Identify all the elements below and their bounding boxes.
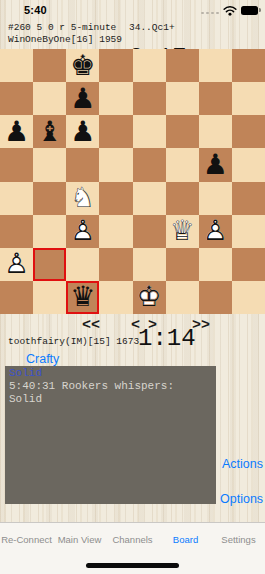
square-h7[interactable] bbox=[232, 82, 265, 115]
square-b1[interactable] bbox=[33, 281, 66, 314]
square-b7[interactable] bbox=[33, 82, 66, 115]
square-e4[interactable] bbox=[133, 182, 166, 215]
square-e1[interactable]: ♚♔ bbox=[133, 281, 166, 314]
chat-line-whisper: 5:40:31 Rookers whispers: Solid bbox=[9, 380, 212, 406]
square-d6[interactable] bbox=[99, 115, 132, 148]
square-a3[interactable] bbox=[0, 215, 33, 248]
square-e2[interactable] bbox=[133, 248, 166, 281]
square-g1[interactable] bbox=[199, 281, 232, 314]
square-b3[interactable] bbox=[33, 215, 66, 248]
square-c3[interactable]: ♟♙ bbox=[66, 215, 99, 248]
square-a2[interactable]: ♟♙ bbox=[0, 248, 33, 281]
piece-wP-g3[interactable]: ♟♙ bbox=[199, 215, 232, 248]
square-a1[interactable] bbox=[0, 281, 33, 314]
square-g5[interactable]: ♟ bbox=[199, 148, 232, 181]
chat-line-own: Solid bbox=[9, 367, 212, 380]
square-h8[interactable] bbox=[232, 49, 265, 82]
square-c2[interactable] bbox=[66, 248, 99, 281]
last-move-text: 34..Qc1+ bbox=[129, 22, 175, 33]
square-f7[interactable] bbox=[166, 82, 199, 115]
square-g7[interactable] bbox=[199, 82, 232, 115]
square-c7[interactable]: ♟ bbox=[66, 82, 99, 115]
battery-icon bbox=[241, 6, 258, 15]
square-e8[interactable] bbox=[133, 49, 166, 82]
piece-bP-c7[interactable]: ♟ bbox=[66, 82, 99, 115]
square-f3[interactable]: ♛♕ bbox=[166, 215, 199, 248]
cellular-signal-icon bbox=[201, 12, 219, 15]
square-h1[interactable] bbox=[232, 281, 265, 314]
square-g6[interactable] bbox=[199, 115, 232, 148]
piece-wQ-f3[interactable]: ♛♕ bbox=[166, 215, 199, 248]
square-d8[interactable] bbox=[99, 49, 132, 82]
square-f6[interactable] bbox=[166, 115, 199, 148]
square-d4[interactable] bbox=[99, 182, 132, 215]
square-d5[interactable] bbox=[99, 148, 132, 181]
square-h6[interactable] bbox=[232, 115, 265, 148]
square-h4[interactable] bbox=[232, 182, 265, 215]
nav-first-move-button[interactable]: << bbox=[82, 317, 100, 334]
piece-wP-c3[interactable]: ♟♙ bbox=[66, 215, 99, 248]
app-screen: 5:40 #260 5 0 r 5-minute 34..Qc1+ WinOne… bbox=[0, 0, 265, 574]
square-f2[interactable] bbox=[166, 248, 199, 281]
square-g2[interactable] bbox=[199, 248, 232, 281]
square-c5[interactable] bbox=[66, 148, 99, 181]
square-h2[interactable] bbox=[232, 248, 265, 281]
square-g4[interactable] bbox=[199, 182, 232, 215]
square-c6[interactable]: ♟ bbox=[66, 115, 99, 148]
game-header: #260 5 0 r 5-minute 34..Qc1+ WinOneByOne… bbox=[0, 20, 265, 49]
square-e7[interactable] bbox=[133, 82, 166, 115]
game-info: #260 5 0 r 5-minute bbox=[8, 22, 116, 33]
piece-bK-c8[interactable]: ♚ bbox=[66, 49, 99, 82]
square-b4[interactable] bbox=[33, 182, 66, 215]
square-b6[interactable]: ♝ bbox=[33, 115, 66, 148]
piece-bP-a6[interactable]: ♟ bbox=[0, 115, 33, 148]
square-c1[interactable]: ♛ bbox=[66, 281, 99, 314]
tab-settings[interactable]: Settings bbox=[212, 523, 265, 574]
square-f5[interactable] bbox=[166, 148, 199, 181]
square-a5[interactable] bbox=[0, 148, 33, 181]
square-d2[interactable] bbox=[99, 248, 132, 281]
chat-console[interactable]: Solid5:40:31 Rookers whispers: Solid bbox=[5, 366, 216, 504]
square-d1[interactable] bbox=[99, 281, 132, 314]
square-a8[interactable] bbox=[0, 49, 33, 82]
home-indicator[interactable] bbox=[86, 563, 179, 568]
piece-wK-e1[interactable]: ♚♔ bbox=[133, 281, 166, 314]
options-button[interactable]: Options bbox=[220, 492, 263, 506]
square-a7[interactable] bbox=[0, 82, 33, 115]
square-h3[interactable] bbox=[232, 215, 265, 248]
square-b5[interactable] bbox=[33, 148, 66, 181]
square-f4[interactable] bbox=[166, 182, 199, 215]
square-e3[interactable] bbox=[133, 215, 166, 248]
piece-bP-g5[interactable]: ♟ bbox=[199, 148, 232, 181]
square-d3[interactable] bbox=[99, 215, 132, 248]
square-c4[interactable]: ♞♘ bbox=[66, 182, 99, 215]
square-g3[interactable]: ♟♙ bbox=[199, 215, 232, 248]
square-b2[interactable] bbox=[33, 248, 66, 281]
piece-bP-c6[interactable]: ♟ bbox=[66, 115, 99, 148]
square-c8[interactable]: ♚ bbox=[66, 49, 99, 82]
chess-board[interactable]: ♚♟♟♝♟♟♞♘♟♙♛♕♟♙♟♙♛♚♔ bbox=[0, 49, 265, 314]
crafty-link[interactable]: Crafty bbox=[26, 352, 59, 366]
status-bar: 5:40 bbox=[0, 0, 265, 20]
actions-button[interactable]: Actions bbox=[222, 457, 263, 471]
piece-bB-b6[interactable]: ♝ bbox=[33, 115, 66, 148]
piece-bQ-c1[interactable]: ♛ bbox=[66, 281, 99, 314]
square-h5[interactable] bbox=[232, 148, 265, 181]
status-time: 5:40 bbox=[24, 4, 47, 16]
square-a6[interactable]: ♟ bbox=[0, 115, 33, 148]
player-name: toothfairy(IM)[15] 1673 bbox=[8, 336, 139, 347]
player-clock: 1:14 bbox=[138, 327, 196, 351]
square-g8[interactable] bbox=[199, 49, 232, 82]
square-f1[interactable] bbox=[166, 281, 199, 314]
square-e6[interactable] bbox=[133, 115, 166, 148]
square-d7[interactable] bbox=[99, 82, 132, 115]
status-icons bbox=[201, 5, 258, 16]
square-e5[interactable] bbox=[133, 148, 166, 181]
tab-re-connect[interactable]: Re-Connect bbox=[0, 523, 53, 574]
square-b8[interactable] bbox=[33, 49, 66, 82]
piece-wP-a2[interactable]: ♟♙ bbox=[0, 248, 33, 281]
square-a4[interactable] bbox=[0, 182, 33, 215]
square-f8[interactable] bbox=[166, 49, 199, 82]
wifi-icon bbox=[223, 5, 237, 16]
opponent-name: WinOneByOne[16] 1959 bbox=[8, 34, 122, 45]
piece-wN-c4[interactable]: ♞♘ bbox=[66, 182, 99, 215]
